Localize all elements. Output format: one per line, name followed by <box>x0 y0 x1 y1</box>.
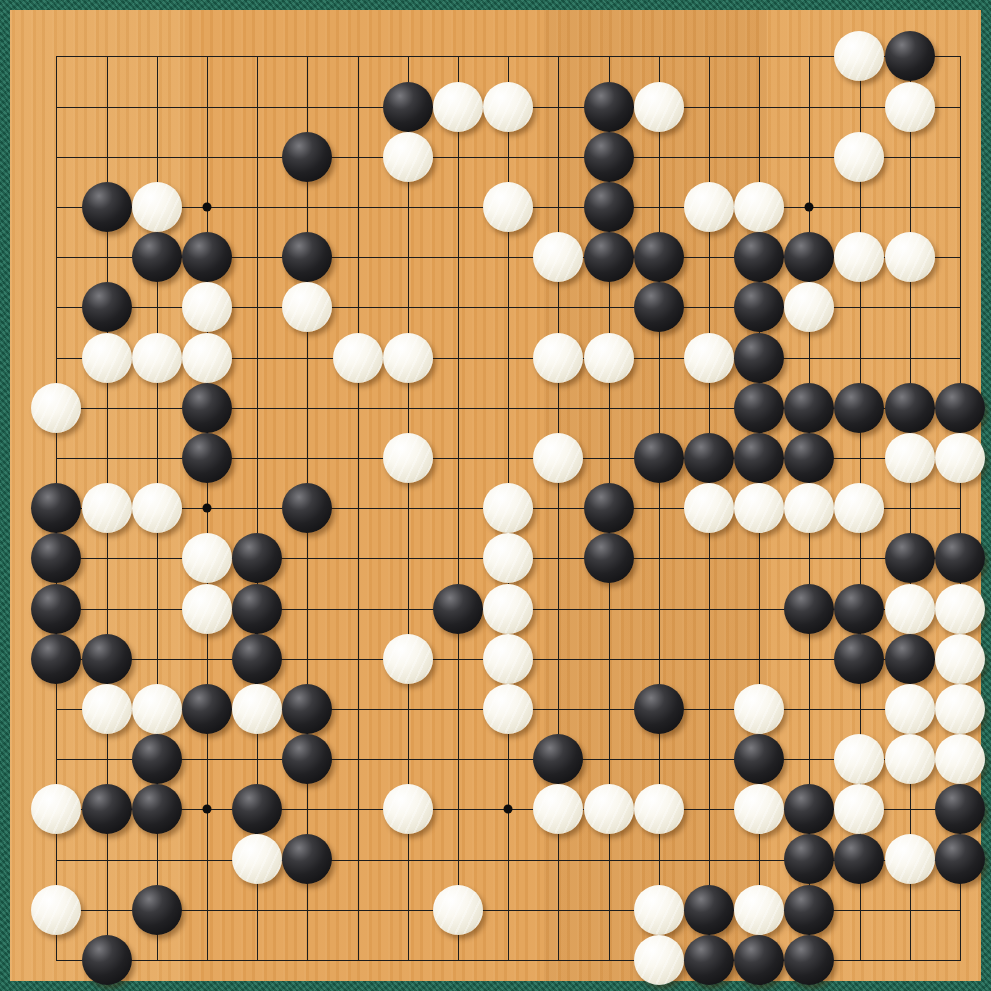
black-stone[interactable] <box>734 734 784 784</box>
black-stone[interactable] <box>935 383 985 433</box>
white-stone[interactable] <box>584 784 634 834</box>
black-stone[interactable] <box>784 885 834 935</box>
black-stone[interactable] <box>734 935 784 985</box>
black-stone[interactable] <box>734 282 784 332</box>
white-stone[interactable] <box>784 483 834 533</box>
black-stone[interactable] <box>232 584 282 634</box>
black-stone[interactable] <box>634 282 684 332</box>
black-stone[interactable] <box>634 433 684 483</box>
white-stone[interactable] <box>533 784 583 834</box>
white-stone[interactable] <box>784 282 834 332</box>
black-stone[interactable] <box>784 584 834 634</box>
black-stone[interactable] <box>31 483 81 533</box>
white-stone[interactable] <box>734 483 784 533</box>
black-stone[interactable] <box>734 333 784 383</box>
black-stone[interactable] <box>383 82 433 132</box>
white-stone[interactable] <box>935 433 985 483</box>
white-stone[interactable] <box>834 31 884 81</box>
white-stone[interactable] <box>834 734 884 784</box>
go-game-screenshot <box>0 0 991 991</box>
white-stone[interactable] <box>634 885 684 935</box>
white-stone[interactable] <box>31 885 81 935</box>
white-stone[interactable] <box>132 182 182 232</box>
white-stone[interactable] <box>634 935 684 985</box>
white-stone[interactable] <box>383 132 433 182</box>
white-stone[interactable] <box>634 82 684 132</box>
black-stone[interactable] <box>584 533 634 583</box>
black-stone[interactable] <box>834 834 884 884</box>
black-stone[interactable] <box>232 784 282 834</box>
black-stone[interactable] <box>935 834 985 884</box>
white-stone[interactable] <box>383 784 433 834</box>
black-stone[interactable] <box>31 634 81 684</box>
black-stone[interactable] <box>182 232 232 282</box>
black-stone[interactable] <box>885 533 935 583</box>
white-stone[interactable] <box>333 333 383 383</box>
white-stone[interactable] <box>182 584 232 634</box>
black-stone[interactable] <box>132 734 182 784</box>
white-stone[interactable] <box>31 784 81 834</box>
black-stone[interactable] <box>132 784 182 834</box>
white-stone[interactable] <box>483 584 533 634</box>
white-stone[interactable] <box>935 584 985 634</box>
white-stone[interactable] <box>383 433 433 483</box>
white-stone[interactable] <box>684 483 734 533</box>
black-stone[interactable] <box>734 433 784 483</box>
white-stone[interactable] <box>483 82 533 132</box>
black-stone[interactable] <box>784 834 834 884</box>
white-stone[interactable] <box>885 734 935 784</box>
white-stone[interactable] <box>182 333 232 383</box>
black-stone[interactable] <box>282 684 332 734</box>
white-stone[interactable] <box>282 282 332 332</box>
white-stone[interactable] <box>533 232 583 282</box>
black-stone[interactable] <box>684 935 734 985</box>
black-stone[interactable] <box>82 784 132 834</box>
black-stone[interactable] <box>182 383 232 433</box>
black-stone[interactable] <box>935 784 985 834</box>
black-stone[interactable] <box>132 885 182 935</box>
goban-wood-surface <box>10 10 981 981</box>
black-stone[interactable] <box>132 232 182 282</box>
white-stone[interactable] <box>31 383 81 433</box>
white-stone[interactable] <box>935 734 985 784</box>
black-stone[interactable] <box>634 232 684 282</box>
black-stone[interactable] <box>282 734 332 784</box>
white-stone[interactable] <box>182 282 232 332</box>
white-stone[interactable] <box>885 82 935 132</box>
white-stone[interactable] <box>734 182 784 232</box>
white-stone[interactable] <box>935 634 985 684</box>
white-stone[interactable] <box>734 684 784 734</box>
white-stone[interactable] <box>885 584 935 634</box>
black-stone[interactable] <box>232 533 282 583</box>
black-stone[interactable] <box>533 734 583 784</box>
black-stone[interactable] <box>784 232 834 282</box>
white-stone[interactable] <box>834 232 884 282</box>
black-stone[interactable] <box>584 82 634 132</box>
black-stone[interactable] <box>734 383 784 433</box>
white-stone[interactable] <box>132 483 182 533</box>
black-stone[interactable] <box>282 232 332 282</box>
black-stone[interactable] <box>885 31 935 81</box>
black-stone[interactable] <box>282 132 332 182</box>
white-stone[interactable] <box>433 885 483 935</box>
black-stone[interactable] <box>684 885 734 935</box>
white-stone[interactable] <box>232 684 282 734</box>
white-stone[interactable] <box>935 684 985 734</box>
black-stone[interactable] <box>433 584 483 634</box>
black-stone[interactable] <box>584 182 634 232</box>
black-stone[interactable] <box>232 634 282 684</box>
black-stone[interactable] <box>834 584 884 634</box>
white-stone[interactable] <box>834 784 884 834</box>
black-stone[interactable] <box>82 282 132 332</box>
black-stone[interactable] <box>182 433 232 483</box>
white-stone[interactable] <box>834 132 884 182</box>
white-stone[interactable] <box>82 684 132 734</box>
black-stone[interactable] <box>834 383 884 433</box>
white-stone[interactable] <box>734 784 784 834</box>
black-stone[interactable] <box>885 383 935 433</box>
white-stone[interactable] <box>182 533 232 583</box>
black-stone[interactable] <box>784 433 834 483</box>
white-stone[interactable] <box>483 634 533 684</box>
white-stone[interactable] <box>132 684 182 734</box>
black-stone[interactable] <box>31 533 81 583</box>
black-stone[interactable] <box>734 232 784 282</box>
white-stone[interactable] <box>734 885 784 935</box>
white-stone[interactable] <box>834 483 884 533</box>
white-stone[interactable] <box>584 333 634 383</box>
white-stone[interactable] <box>483 533 533 583</box>
go-board[interactable] <box>31 31 985 985</box>
black-stone[interactable] <box>282 483 332 533</box>
black-stone[interactable] <box>684 433 734 483</box>
white-stone[interactable] <box>132 333 182 383</box>
white-stone[interactable] <box>82 333 132 383</box>
white-stone[interactable] <box>483 483 533 533</box>
white-stone[interactable] <box>483 182 533 232</box>
white-stone[interactable] <box>885 834 935 884</box>
white-stone[interactable] <box>232 834 282 884</box>
white-stone[interactable] <box>533 333 583 383</box>
black-stone[interactable] <box>31 584 81 634</box>
white-stone[interactable] <box>533 433 583 483</box>
black-stone[interactable] <box>584 132 634 182</box>
white-stone[interactable] <box>885 232 935 282</box>
black-stone[interactable] <box>82 182 132 232</box>
black-stone[interactable] <box>784 935 834 985</box>
white-stone[interactable] <box>684 182 734 232</box>
white-stone[interactable] <box>82 483 132 533</box>
black-stone[interactable] <box>784 383 834 433</box>
white-stone[interactable] <box>383 634 433 684</box>
go-board-grid[interactable] <box>31 31 985 985</box>
white-stone[interactable] <box>684 333 734 383</box>
black-stone[interactable] <box>82 634 132 684</box>
black-stone[interactable] <box>885 634 935 684</box>
black-stone[interactable] <box>584 483 634 533</box>
black-stone[interactable] <box>82 935 132 985</box>
black-stone[interactable] <box>634 684 684 734</box>
white-stone[interactable] <box>885 684 935 734</box>
black-stone[interactable] <box>935 533 985 583</box>
black-stone[interactable] <box>182 684 232 734</box>
black-stone[interactable] <box>834 634 884 684</box>
white-stone[interactable] <box>433 82 483 132</box>
white-stone[interactable] <box>885 433 935 483</box>
white-stone[interactable] <box>383 333 433 383</box>
black-stone[interactable] <box>784 784 834 834</box>
black-stone[interactable] <box>282 834 332 884</box>
white-stone[interactable] <box>483 684 533 734</box>
white-stone[interactable] <box>634 784 684 834</box>
black-stone[interactable] <box>584 232 634 282</box>
